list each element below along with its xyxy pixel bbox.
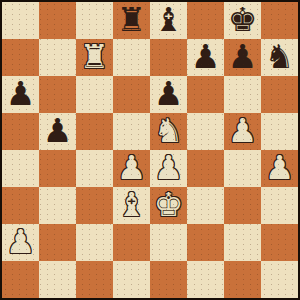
square-c3[interactable] — [76, 187, 113, 224]
black-pawn[interactable]: ♟ — [228, 39, 258, 75]
white-bishop[interactable]: ♝ — [117, 187, 147, 223]
square-f7[interactable]: ♟ — [187, 39, 224, 76]
square-c6[interactable] — [76, 76, 113, 113]
square-c2[interactable] — [76, 224, 113, 261]
square-f3[interactable] — [187, 187, 224, 224]
square-c7[interactable]: ♜ — [76, 39, 113, 76]
white-pawn[interactable]: ♟ — [228, 113, 258, 149]
square-b3[interactable] — [39, 187, 76, 224]
square-h7[interactable]: ♞ — [261, 39, 298, 76]
square-d3[interactable]: ♝ — [113, 187, 150, 224]
square-a5[interactable] — [2, 113, 39, 150]
square-b8[interactable] — [39, 2, 76, 39]
square-f5[interactable] — [187, 113, 224, 150]
square-h1[interactable] — [261, 261, 298, 298]
square-f6[interactable] — [187, 76, 224, 113]
black-pawn[interactable]: ♟ — [6, 76, 36, 112]
chess-board: ♜♝♚♜♟♟♞♟♟♟♞♟♟♟♟♝♚♟ — [0, 0, 300, 300]
square-a7[interactable] — [2, 39, 39, 76]
square-b7[interactable] — [39, 39, 76, 76]
chess-board-grid: ♜♝♚♜♟♟♞♟♟♟♞♟♟♟♟♝♚♟ — [2, 2, 298, 298]
square-h6[interactable] — [261, 76, 298, 113]
black-rook[interactable]: ♜ — [117, 2, 147, 38]
square-d2[interactable] — [113, 224, 150, 261]
square-a1[interactable] — [2, 261, 39, 298]
square-b5[interactable]: ♟ — [39, 113, 76, 150]
square-e6[interactable]: ♟ — [150, 76, 187, 113]
square-g5[interactable]: ♟ — [224, 113, 261, 150]
square-g8[interactable]: ♚ — [224, 2, 261, 39]
white-king[interactable]: ♚ — [154, 187, 184, 223]
square-c1[interactable] — [76, 261, 113, 298]
square-b1[interactable] — [39, 261, 76, 298]
square-e4[interactable]: ♟ — [150, 150, 187, 187]
square-b6[interactable] — [39, 76, 76, 113]
square-f1[interactable] — [187, 261, 224, 298]
square-e8[interactable]: ♝ — [150, 2, 187, 39]
black-pawn[interactable]: ♟ — [154, 76, 184, 112]
square-a3[interactable] — [2, 187, 39, 224]
square-d5[interactable] — [113, 113, 150, 150]
square-g4[interactable] — [224, 150, 261, 187]
square-d6[interactable] — [113, 76, 150, 113]
square-g3[interactable] — [224, 187, 261, 224]
square-f2[interactable] — [187, 224, 224, 261]
square-e7[interactable] — [150, 39, 187, 76]
square-g6[interactable] — [224, 76, 261, 113]
white-pawn[interactable]: ♟ — [265, 150, 295, 186]
square-g2[interactable] — [224, 224, 261, 261]
square-b2[interactable] — [39, 224, 76, 261]
square-d4[interactable]: ♟ — [113, 150, 150, 187]
square-d1[interactable] — [113, 261, 150, 298]
white-pawn[interactable]: ♟ — [117, 150, 147, 186]
square-h4[interactable]: ♟ — [261, 150, 298, 187]
black-bishop[interactable]: ♝ — [154, 2, 184, 38]
square-c8[interactable] — [76, 2, 113, 39]
white-pawn[interactable]: ♟ — [154, 150, 184, 186]
square-h3[interactable] — [261, 187, 298, 224]
square-a6[interactable]: ♟ — [2, 76, 39, 113]
square-c4[interactable] — [76, 150, 113, 187]
white-knight[interactable]: ♞ — [154, 113, 184, 149]
black-pawn[interactable]: ♟ — [43, 113, 73, 149]
black-knight[interactable]: ♞ — [265, 39, 295, 75]
square-f4[interactable] — [187, 150, 224, 187]
square-h8[interactable] — [261, 2, 298, 39]
white-pawn[interactable]: ♟ — [6, 224, 36, 260]
square-c5[interactable] — [76, 113, 113, 150]
square-g7[interactable]: ♟ — [224, 39, 261, 76]
square-a4[interactable] — [2, 150, 39, 187]
square-d8[interactable]: ♜ — [113, 2, 150, 39]
square-b4[interactable] — [39, 150, 76, 187]
square-e3[interactable]: ♚ — [150, 187, 187, 224]
black-king[interactable]: ♚ — [228, 2, 258, 38]
square-a2[interactable]: ♟ — [2, 224, 39, 261]
square-h2[interactable] — [261, 224, 298, 261]
square-e2[interactable] — [150, 224, 187, 261]
white-rook[interactable]: ♜ — [80, 39, 110, 75]
square-f8[interactable] — [187, 2, 224, 39]
square-g1[interactable] — [224, 261, 261, 298]
square-e5[interactable]: ♞ — [150, 113, 187, 150]
black-pawn[interactable]: ♟ — [191, 39, 221, 75]
square-h5[interactable] — [261, 113, 298, 150]
square-a8[interactable] — [2, 2, 39, 39]
square-e1[interactable] — [150, 261, 187, 298]
square-d7[interactable] — [113, 39, 150, 76]
